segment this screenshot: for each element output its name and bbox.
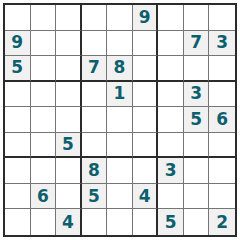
sudoku-cell-given-r9c7[interactable]: 5 [158,209,184,235]
sudoku-cell-empty-r7c5[interactable] [107,158,133,184]
sudoku-cell-empty-r2c3[interactable] [56,31,82,57]
sudoku-cell-empty-r3c2[interactable] [31,56,57,82]
sudoku-cell-given-r8c2[interactable]: 6 [31,184,57,210]
sudoku-cell-empty-r9c2[interactable] [31,209,57,235]
sudoku-cell-given-r3c4[interactable]: 7 [82,56,108,82]
sudoku-cell-empty-r3c8[interactable] [184,56,210,82]
sudoku-cell-empty-r8c1[interactable] [5,184,31,210]
sudoku-cell-given-r6c3[interactable]: 5 [56,133,82,159]
sudoku-cell-given-r8c6[interactable]: 4 [133,184,159,210]
sudoku-cell-given-r8c4[interactable]: 5 [82,184,108,210]
sudoku-cell-empty-r3c7[interactable] [158,56,184,82]
sudoku-cell-empty-r9c1[interactable] [5,209,31,235]
sudoku-cell-empty-r4c4[interactable] [82,82,108,108]
sudoku-cell-empty-r6c9[interactable] [209,133,235,159]
sudoku-cell-empty-r3c3[interactable] [56,56,82,82]
sudoku-cell-empty-r7c6[interactable] [133,158,159,184]
sudoku-cell-given-r5c9[interactable]: 6 [209,107,235,133]
sudoku-cell-empty-r2c7[interactable] [158,31,184,57]
sudoku-cell-empty-r6c1[interactable] [5,133,31,159]
sudoku-cell-empty-r5c7[interactable] [158,107,184,133]
sudoku-cell-empty-r2c4[interactable] [82,31,108,57]
sudoku-cell-given-r7c4[interactable]: 8 [82,158,108,184]
sudoku-cell-empty-r4c7[interactable] [158,82,184,108]
sudoku-cell-given-r3c1[interactable]: 5 [5,56,31,82]
sudoku-cell-empty-r1c7[interactable] [158,5,184,31]
sudoku-cell-empty-r6c4[interactable] [82,133,108,159]
sudoku-cell-empty-r1c2[interactable] [31,5,57,31]
sudoku-cell-empty-r5c3[interactable] [56,107,82,133]
sudoku-cell-empty-r1c3[interactable] [56,5,82,31]
sudoku-cell-empty-r7c9[interactable] [209,158,235,184]
sudoku-cell-empty-r1c1[interactable] [5,5,31,31]
sudoku-cell-empty-r5c6[interactable] [133,107,159,133]
sudoku-cell-empty-r4c2[interactable] [31,82,57,108]
sudoku-cell-given-r3c5[interactable]: 8 [107,56,133,82]
sudoku-board: 99735781356583654452 [3,3,237,237]
sudoku-cell-empty-r7c1[interactable] [5,158,31,184]
sudoku-cell-empty-r4c3[interactable] [56,82,82,108]
sudoku-cell-empty-r5c5[interactable] [107,107,133,133]
sudoku-cell-given-r2c9[interactable]: 3 [209,31,235,57]
sudoku-cell-given-r9c9[interactable]: 2 [209,209,235,235]
sudoku-cell-empty-r7c2[interactable] [31,158,57,184]
sudoku-cell-empty-r6c5[interactable] [107,133,133,159]
sudoku-cell-empty-r9c5[interactable] [107,209,133,235]
sudoku-cell-empty-r6c7[interactable] [158,133,184,159]
sudoku-cell-empty-r7c8[interactable] [184,158,210,184]
sudoku-cell-given-r2c1[interactable]: 9 [5,31,31,57]
sudoku-cell-empty-r3c9[interactable] [209,56,235,82]
sudoku-cell-empty-r9c4[interactable] [82,209,108,235]
sudoku-cell-empty-r2c2[interactable] [31,31,57,57]
sudoku-cell-empty-r8c9[interactable] [209,184,235,210]
sudoku-cell-given-r9c3[interactable]: 4 [56,209,82,235]
sudoku-cell-empty-r5c2[interactable] [31,107,57,133]
sudoku-cell-empty-r1c5[interactable] [107,5,133,31]
sudoku-cell-empty-r5c4[interactable] [82,107,108,133]
sudoku-cell-empty-r8c5[interactable] [107,184,133,210]
sudoku-cell-empty-r6c2[interactable] [31,133,57,159]
sudoku-cell-empty-r9c6[interactable] [133,209,159,235]
sudoku-cell-empty-r1c4[interactable] [82,5,108,31]
sudoku-cell-empty-r4c6[interactable] [133,82,159,108]
sudoku-cell-given-r1c6[interactable]: 9 [133,5,159,31]
sudoku-cell-given-r4c5[interactable]: 1 [107,82,133,108]
sudoku-cell-empty-r8c8[interactable] [184,184,210,210]
sudoku-cell-empty-r4c1[interactable] [5,82,31,108]
sudoku-cell-empty-r8c3[interactable] [56,184,82,210]
sudoku-page: 99735781356583654452 [0,0,240,240]
sudoku-cell-empty-r4c9[interactable] [209,82,235,108]
sudoku-cell-given-r5c8[interactable]: 5 [184,107,210,133]
sudoku-cell-empty-r7c3[interactable] [56,158,82,184]
sudoku-cell-empty-r3c6[interactable] [133,56,159,82]
sudoku-cell-empty-r6c8[interactable] [184,133,210,159]
sudoku-cell-empty-r1c9[interactable] [209,5,235,31]
sudoku-cell-empty-r6c6[interactable] [133,133,159,159]
sudoku-cell-empty-r2c5[interactable] [107,31,133,57]
sudoku-cell-empty-r8c7[interactable] [158,184,184,210]
sudoku-cell-empty-r5c1[interactable] [5,107,31,133]
sudoku-cell-given-r2c8[interactable]: 7 [184,31,210,57]
sudoku-cell-empty-r9c8[interactable] [184,209,210,235]
sudoku-cell-empty-r2c6[interactable] [133,31,159,57]
sudoku-cell-empty-r1c8[interactable] [184,5,210,31]
sudoku-cell-given-r7c7[interactable]: 3 [158,158,184,184]
sudoku-cell-given-r4c8[interactable]: 3 [184,82,210,108]
